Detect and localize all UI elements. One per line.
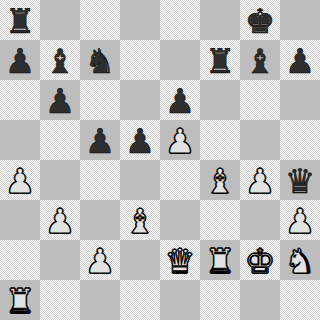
piece-black-king[interactable]: ♚: [240, 0, 280, 40]
square-g3[interactable]: [240, 200, 280, 240]
square-a2[interactable]: [0, 240, 40, 280]
piece-black-pawn[interactable]: ♟: [80, 120, 120, 160]
square-a7[interactable]: ♟: [0, 40, 40, 80]
piece-black-pawn[interactable]: ♟: [120, 120, 160, 160]
piece-black-pawn[interactable]: ♟: [0, 40, 40, 80]
square-d3[interactable]: ♝: [120, 200, 160, 240]
piece-black-queen[interactable]: ♛: [280, 160, 320, 200]
square-f7[interactable]: ♜: [200, 40, 240, 80]
square-d2[interactable]: [120, 240, 160, 280]
square-b3[interactable]: ♟: [40, 200, 80, 240]
square-c1[interactable]: [80, 280, 120, 320]
piece-black-pawn[interactable]: ♟: [40, 80, 80, 120]
square-g4[interactable]: ♟: [240, 160, 280, 200]
square-d7[interactable]: [120, 40, 160, 80]
square-c4[interactable]: [80, 160, 120, 200]
square-c3[interactable]: [80, 200, 120, 240]
square-h2[interactable]: ♞: [280, 240, 320, 280]
square-b2[interactable]: [40, 240, 80, 280]
square-g1[interactable]: [240, 280, 280, 320]
square-a4[interactable]: ♟: [0, 160, 40, 200]
square-e5[interactable]: ♟: [160, 120, 200, 160]
square-e1[interactable]: [160, 280, 200, 320]
square-e3[interactable]: [160, 200, 200, 240]
piece-white-rook[interactable]: ♜: [0, 280, 40, 320]
piece-white-knight[interactable]: ♞: [280, 240, 320, 280]
square-d4[interactable]: [120, 160, 160, 200]
square-f3[interactable]: [200, 200, 240, 240]
square-a6[interactable]: [0, 80, 40, 120]
piece-white-pawn[interactable]: ♟: [160, 120, 200, 160]
piece-black-rook[interactable]: ♜: [200, 40, 240, 80]
square-d8[interactable]: [120, 0, 160, 40]
square-e8[interactable]: [160, 0, 200, 40]
square-h8[interactable]: [280, 0, 320, 40]
square-f4[interactable]: ♝: [200, 160, 240, 200]
square-c6[interactable]: [80, 80, 120, 120]
chess-board: ♜♚♟♝♞♜♝♟♟♟♟♟♟♟♝♟♛♟♝♟♟♛♜♚♞♜: [0, 0, 320, 320]
square-a1[interactable]: ♜: [0, 280, 40, 320]
square-g5[interactable]: [240, 120, 280, 160]
square-e6[interactable]: ♟: [160, 80, 200, 120]
square-g8[interactable]: ♚: [240, 0, 280, 40]
square-g7[interactable]: ♝: [240, 40, 280, 80]
square-b1[interactable]: [40, 280, 80, 320]
square-g2[interactable]: ♚: [240, 240, 280, 280]
square-f1[interactable]: [200, 280, 240, 320]
square-h6[interactable]: [280, 80, 320, 120]
square-h3[interactable]: ♟: [280, 200, 320, 240]
square-b6[interactable]: ♟: [40, 80, 80, 120]
square-h5[interactable]: [280, 120, 320, 160]
square-d5[interactable]: ♟: [120, 120, 160, 160]
square-f8[interactable]: [200, 0, 240, 40]
square-h1[interactable]: [280, 280, 320, 320]
piece-white-rook[interactable]: ♜: [200, 240, 240, 280]
square-c5[interactable]: ♟: [80, 120, 120, 160]
piece-black-pawn[interactable]: ♟: [160, 80, 200, 120]
square-e4[interactable]: [160, 160, 200, 200]
piece-white-pawn[interactable]: ♟: [240, 160, 280, 200]
square-a5[interactable]: [0, 120, 40, 160]
square-b8[interactable]: [40, 0, 80, 40]
piece-white-pawn[interactable]: ♟: [80, 240, 120, 280]
square-b7[interactable]: ♝: [40, 40, 80, 80]
piece-black-knight[interactable]: ♞: [80, 40, 120, 80]
square-f6[interactable]: [200, 80, 240, 120]
square-e2[interactable]: ♛: [160, 240, 200, 280]
square-h7[interactable]: ♟: [280, 40, 320, 80]
square-a3[interactable]: [0, 200, 40, 240]
square-b5[interactable]: [40, 120, 80, 160]
piece-white-pawn[interactable]: ♟: [40, 200, 80, 240]
piece-white-pawn[interactable]: ♟: [0, 160, 40, 200]
square-c2[interactable]: ♟: [80, 240, 120, 280]
piece-black-pawn[interactable]: ♟: [280, 40, 320, 80]
square-d6[interactable]: [120, 80, 160, 120]
square-c8[interactable]: [80, 0, 120, 40]
square-d1[interactable]: [120, 280, 160, 320]
square-b4[interactable]: [40, 160, 80, 200]
piece-white-pawn[interactable]: ♟: [280, 200, 320, 240]
square-f5[interactable]: [200, 120, 240, 160]
square-e7[interactable]: [160, 40, 200, 80]
piece-white-bishop[interactable]: ♝: [120, 200, 160, 240]
piece-black-rook[interactable]: ♜: [0, 0, 40, 40]
piece-white-bishop[interactable]: ♝: [200, 160, 240, 200]
square-a8[interactable]: ♜: [0, 0, 40, 40]
piece-white-king[interactable]: ♚: [240, 240, 280, 280]
square-c7[interactable]: ♞: [80, 40, 120, 80]
square-f2[interactable]: ♜: [200, 240, 240, 280]
square-h4[interactable]: ♛: [280, 160, 320, 200]
square-g6[interactable]: [240, 80, 280, 120]
piece-white-queen[interactable]: ♛: [160, 240, 200, 280]
piece-black-bishop[interactable]: ♝: [240, 40, 280, 80]
piece-black-bishop[interactable]: ♝: [40, 40, 80, 80]
